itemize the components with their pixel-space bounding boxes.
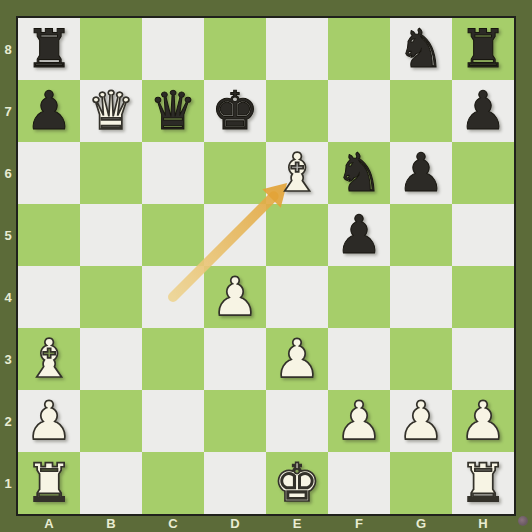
white-pawn-f2[interactable]: ♟ [335,390,383,452]
square-g1[interactable] [390,452,452,514]
square-d3[interactable] [204,328,266,390]
square-b6[interactable] [80,142,142,204]
square-e6[interactable]: ♝ [266,142,328,204]
square-h1[interactable]: ♜ [452,452,514,514]
file-label-F: F [328,514,390,532]
square-d1[interactable] [204,452,266,514]
file-labels: ABCDEFGH [18,514,514,532]
black-knight-g8[interactable]: ♞ [397,18,445,80]
square-a8[interactable]: ♜ [18,18,80,80]
square-f4[interactable] [328,266,390,328]
square-e2[interactable] [266,390,328,452]
square-b1[interactable] [80,452,142,514]
black-pawn-h7[interactable]: ♟ [459,80,507,142]
rank-labels: 87654321 [0,18,16,514]
black-rook-a8[interactable]: ♜ [25,18,73,80]
square-c6[interactable] [142,142,204,204]
square-h6[interactable] [452,142,514,204]
white-pawn-g2[interactable]: ♟ [397,390,445,452]
board-frame: 87654321 ♜♞♜♟♛♛♚♟♝♞♟♟♟♝♟♟♟♟♟♜♚♜ ABCDEFGH [0,0,532,532]
black-king-d7[interactable]: ♚ [211,80,259,142]
square-d5[interactable] [204,204,266,266]
square-e3[interactable]: ♟ [266,328,328,390]
square-e1[interactable]: ♚ [266,452,328,514]
square-a1[interactable]: ♜ [18,452,80,514]
square-e5[interactable] [266,204,328,266]
square-c7[interactable]: ♛ [142,80,204,142]
file-label-E: E [266,514,328,532]
white-rook-a1[interactable]: ♜ [25,452,73,514]
square-f3[interactable] [328,328,390,390]
square-c2[interactable] [142,390,204,452]
square-d6[interactable] [204,142,266,204]
white-pawn-h2[interactable]: ♟ [459,390,507,452]
file-label-A: A [18,514,80,532]
square-h8[interactable]: ♜ [452,18,514,80]
square-d8[interactable] [204,18,266,80]
watermark-dot [518,516,528,526]
square-b2[interactable] [80,390,142,452]
square-f6[interactable]: ♞ [328,142,390,204]
square-h4[interactable] [452,266,514,328]
rank-label-7: 7 [0,80,16,142]
black-rook-h8[interactable]: ♜ [459,18,507,80]
square-d4[interactable]: ♟ [204,266,266,328]
black-pawn-a7[interactable]: ♟ [25,80,73,142]
square-c3[interactable] [142,328,204,390]
square-g6[interactable]: ♟ [390,142,452,204]
square-f2[interactable]: ♟ [328,390,390,452]
square-c5[interactable] [142,204,204,266]
square-d7[interactable]: ♚ [204,80,266,142]
square-g2[interactable]: ♟ [390,390,452,452]
square-a7[interactable]: ♟ [18,80,80,142]
square-g5[interactable] [390,204,452,266]
square-g3[interactable] [390,328,452,390]
file-label-B: B [80,514,142,532]
square-h3[interactable] [452,328,514,390]
square-a5[interactable] [18,204,80,266]
square-e8[interactable] [266,18,328,80]
rank-label-5: 5 [0,204,16,266]
square-h2[interactable]: ♟ [452,390,514,452]
white-rook-h1[interactable]: ♜ [459,452,507,514]
square-b4[interactable] [80,266,142,328]
square-b8[interactable] [80,18,142,80]
square-a4[interactable] [18,266,80,328]
square-e4[interactable] [266,266,328,328]
square-c1[interactable] [142,452,204,514]
square-h7[interactable]: ♟ [452,80,514,142]
square-f8[interactable] [328,18,390,80]
black-queen-c7[interactable]: ♛ [149,80,197,142]
rank-label-4: 4 [0,266,16,328]
square-g8[interactable]: ♞ [390,18,452,80]
square-f7[interactable] [328,80,390,142]
rank-label-1: 1 [0,452,16,514]
file-label-D: D [204,514,266,532]
square-g4[interactable] [390,266,452,328]
file-label-C: C [142,514,204,532]
rank-label-3: 3 [0,328,16,390]
black-pawn-g6[interactable]: ♟ [397,142,445,204]
square-d2[interactable] [204,390,266,452]
square-h5[interactable] [452,204,514,266]
square-c8[interactable] [142,18,204,80]
white-bishop-e6[interactable]: ♝ [273,142,321,204]
square-a3[interactable]: ♝ [18,328,80,390]
chess-board: ♜♞♜♟♛♛♚♟♝♞♟♟♟♝♟♟♟♟♟♜♚♜ [16,16,516,516]
file-label-G: G [390,514,452,532]
square-b7[interactable]: ♛ [80,80,142,142]
square-a2[interactable]: ♟ [18,390,80,452]
white-queen-b7[interactable]: ♛ [87,80,135,142]
white-pawn-a2[interactable]: ♟ [25,390,73,452]
rank-label-6: 6 [0,142,16,204]
black-knight-f6[interactable]: ♞ [335,142,383,204]
square-g7[interactable] [390,80,452,142]
black-pawn-f5[interactable]: ♟ [335,204,383,266]
square-a6[interactable] [18,142,80,204]
white-king-e1[interactable]: ♚ [273,452,321,514]
square-b3[interactable] [80,328,142,390]
rank-label-8: 8 [0,18,16,80]
square-e7[interactable] [266,80,328,142]
file-label-H: H [452,514,514,532]
white-bishop-a3[interactable]: ♝ [25,328,73,390]
square-c4[interactable] [142,266,204,328]
square-f1[interactable] [328,452,390,514]
rank-label-2: 2 [0,390,16,452]
square-f5[interactable]: ♟ [328,204,390,266]
white-pawn-d4[interactable]: ♟ [211,266,259,328]
square-b5[interactable] [80,204,142,266]
white-pawn-e3[interactable]: ♟ [273,328,321,390]
